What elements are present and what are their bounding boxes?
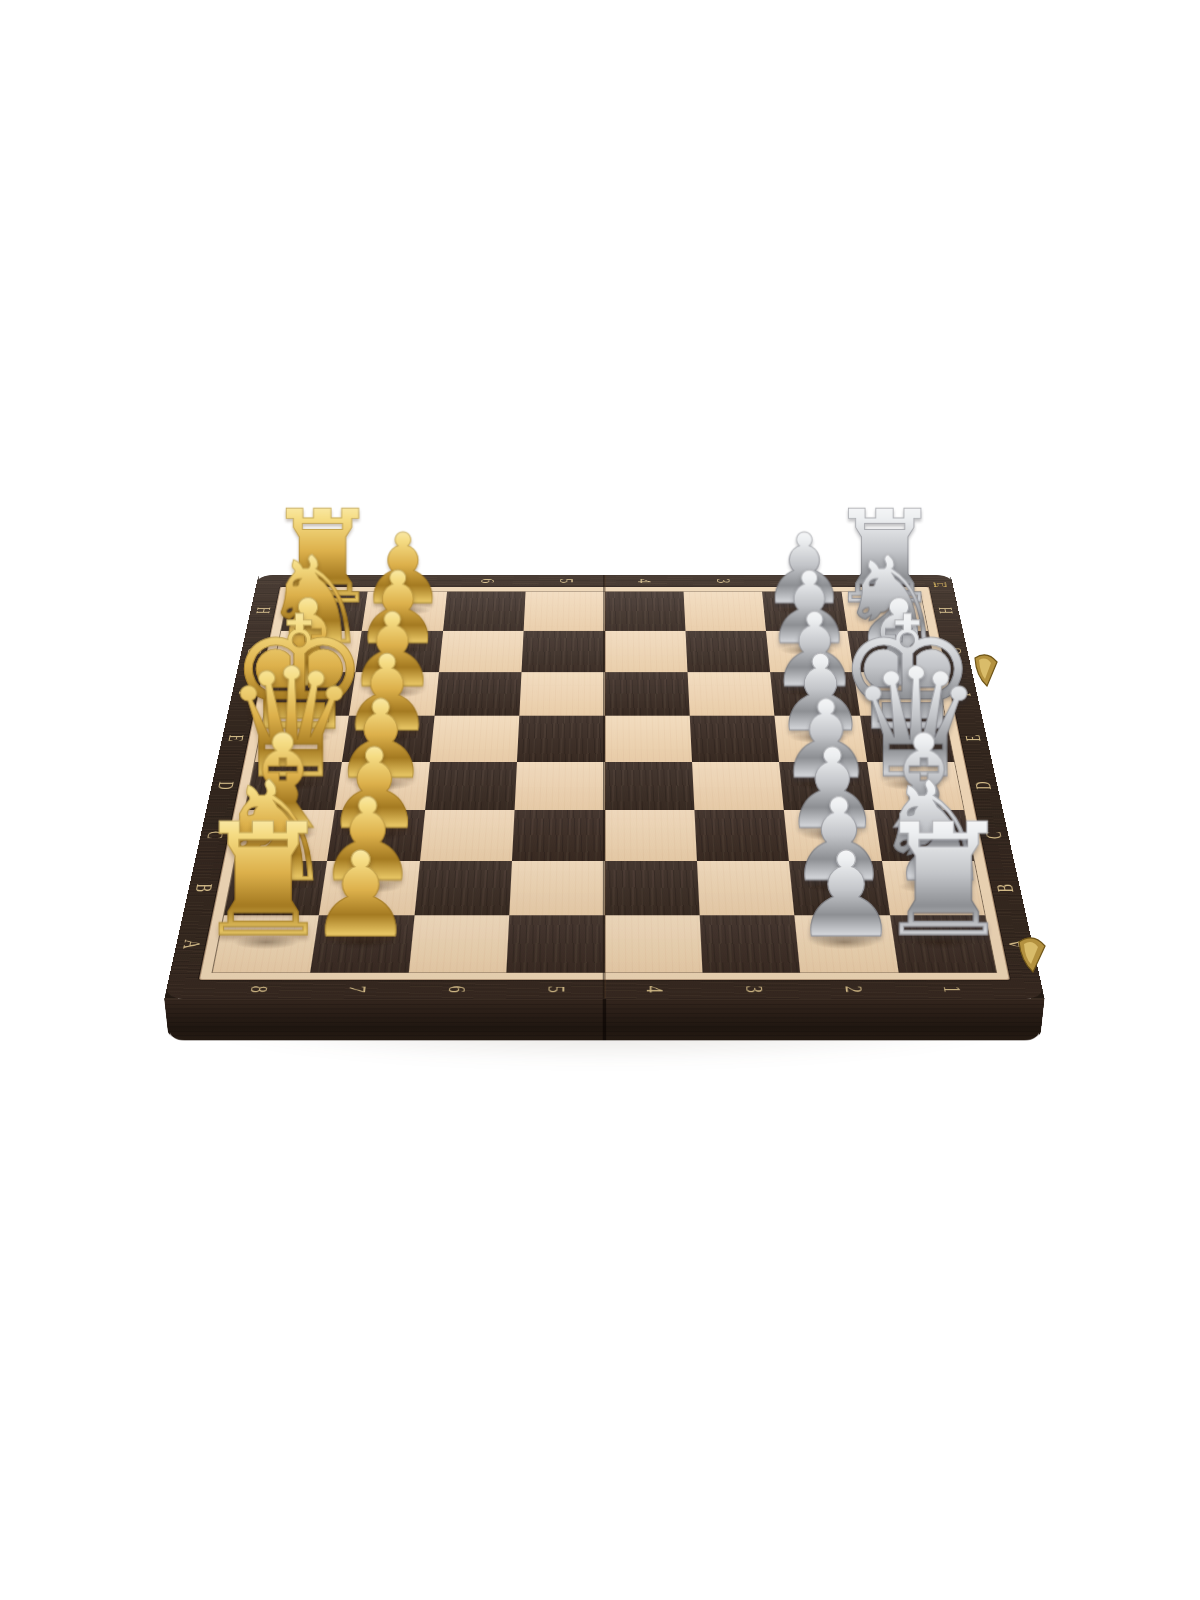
- square-h1[interactable]: [841, 592, 928, 631]
- square-f5[interactable]: [519, 672, 604, 715]
- square-g3[interactable]: [685, 631, 770, 672]
- chessboard: 87654321 87654321 HGFEDCBA HGFEDCBA ♖ ♜♞…: [164, 575, 1044, 998]
- square-h7[interactable]: [362, 592, 447, 631]
- file-label-right-h: H: [935, 607, 957, 613]
- rank-label-far-7: 7: [398, 579, 419, 583]
- board-surface: 87654321 87654321 HGFEDCBA HGFEDCBA ♖ ♜♞…: [164, 575, 1044, 998]
- rank-label-far-6: 6: [476, 579, 497, 583]
- square-h5[interactable]: [524, 592, 605, 631]
- rank-label-far-2: 2: [790, 579, 811, 583]
- brass-latch-icon-lower: [1016, 934, 1048, 974]
- square-h2[interactable]: [762, 592, 847, 631]
- brass-latch-icon-upper: [972, 652, 1000, 688]
- file-label-left-h: H: [252, 607, 274, 613]
- rank-label-far-8: 8: [319, 579, 340, 583]
- silver-rook-glyph: ♜: [844, 803, 1044, 959]
- scene-3d: 87654321 87654321 HGFEDCBA HGFEDCBA ♖ ♜♞…: [0, 0, 1200, 1600]
- square-h4[interactable]: [605, 592, 686, 631]
- square-h6[interactable]: [443, 592, 526, 631]
- gold-rook-glyph: ♜: [163, 803, 363, 959]
- square-f4[interactable]: [605, 672, 690, 715]
- board-side-near: [164, 999, 1044, 1041]
- square-g4[interactable]: [605, 631, 688, 672]
- square-g5[interactable]: [522, 631, 605, 672]
- square-e4[interactable]: [605, 716, 692, 762]
- square-h8[interactable]: [281, 592, 368, 631]
- rank-label-far-5: 5: [555, 579, 576, 583]
- photo-canvas: 87654321 87654321 HGFEDCBA HGFEDCBA ♖ ♜♞…: [0, 0, 1200, 1600]
- square-h3[interactable]: [683, 592, 766, 631]
- rank-label-far-3: 3: [712, 579, 733, 583]
- square-g6[interactable]: [439, 631, 524, 672]
- rank-label-far-1: 1: [869, 579, 890, 583]
- square-e5[interactable]: [517, 716, 604, 762]
- rank-label-far-4: 4: [633, 579, 654, 583]
